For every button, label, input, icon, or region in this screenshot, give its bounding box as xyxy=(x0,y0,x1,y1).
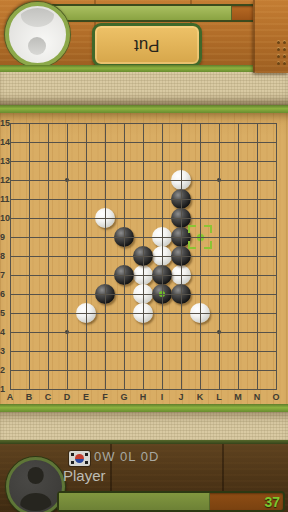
row-label: 1 xyxy=(0,384,10,394)
column-label: G xyxy=(115,392,133,402)
column-label: N xyxy=(248,392,266,402)
opponent-avatar xyxy=(5,2,70,67)
player-timer-value: 37 xyxy=(264,494,280,510)
row-label: 2 xyxy=(0,365,10,375)
gomoku-app-screen: 41 Put A15B14C13D12E11F10G9H8I7J6K5L4M3N… xyxy=(0,0,288,512)
row-label: 13 xyxy=(0,156,10,166)
column-label: B xyxy=(20,392,38,402)
opponent-timer-bar: 41 xyxy=(44,4,282,22)
row-label: 7 xyxy=(0,270,10,280)
row-label: 12 xyxy=(0,175,10,185)
separator-stripe xyxy=(0,65,288,72)
opponent-panel: 41 Put xyxy=(0,0,288,67)
player-name: Player xyxy=(63,467,106,484)
column-label: J xyxy=(172,392,190,402)
put-button[interactable]: Put xyxy=(92,23,202,67)
player-panel: 0W 0L 0D Player 37 xyxy=(0,444,288,512)
column-label: I xyxy=(153,392,171,402)
separator-stripe xyxy=(0,105,288,113)
column-label: D xyxy=(58,392,76,402)
column-label: E xyxy=(77,392,95,402)
row-label: 9 xyxy=(0,232,10,242)
column-label: O xyxy=(267,392,285,402)
person-icon xyxy=(11,8,64,61)
column-label: F xyxy=(96,392,114,402)
opponent-progress-fill xyxy=(46,6,232,20)
row-label: 11 xyxy=(0,194,10,204)
wood-corner-trim xyxy=(253,0,288,73)
row-label: 14 xyxy=(0,137,10,147)
player-progress-fill xyxy=(59,493,210,510)
row-label: 15 xyxy=(0,118,10,128)
put-button-label: Put xyxy=(134,35,160,55)
row-label: 6 xyxy=(0,289,10,299)
column-label: M xyxy=(229,392,247,402)
column-label: H xyxy=(134,392,152,402)
row-label: 8 xyxy=(0,251,10,261)
column-label: K xyxy=(191,392,209,402)
row-label: 10 xyxy=(0,213,10,223)
row-label: 4 xyxy=(0,327,10,337)
row-label: 3 xyxy=(0,346,10,356)
canvas-strip-bottom xyxy=(0,412,288,440)
gomoku-board[interactable]: A15B14C13D12E11F10G9H8I7J6K5L4M3N2O1 xyxy=(0,113,288,404)
south-korea-flag-icon xyxy=(69,451,90,466)
player-record: 0W 0L 0D xyxy=(94,449,159,464)
canvas-strip-top xyxy=(0,72,288,105)
person-icon xyxy=(11,462,60,511)
player-timer-bar: 37 xyxy=(57,491,285,512)
column-label: L xyxy=(210,392,228,402)
separator-stripe xyxy=(0,404,288,412)
column-label: C xyxy=(39,392,57,402)
row-label: 5 xyxy=(0,308,10,318)
